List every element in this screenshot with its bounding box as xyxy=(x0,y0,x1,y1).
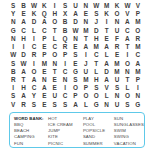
grid-cell-j13[interactable]: N xyxy=(101,101,111,109)
grid-cell-m7[interactable]: C xyxy=(133,51,143,59)
grid-cell-m10[interactable]: P xyxy=(133,76,143,84)
grid-cell-k6[interactable]: R xyxy=(112,43,122,51)
grid-cell-h10[interactable]: M xyxy=(81,76,91,84)
grid-cell-h12[interactable]: O xyxy=(81,93,91,101)
grid-cell-b5[interactable]: H xyxy=(18,35,28,43)
grid-cell-l6[interactable]: T xyxy=(122,43,132,51)
word-bank: WORD BANK:BBQBEACHCAMPINGFUNHOTICE CREAM… xyxy=(9,112,145,148)
grid-cell-b8[interactable]: W xyxy=(18,60,28,68)
word-bank-column-4: SUNSUNGLASSESSWIMSWINGVACATION xyxy=(114,116,144,148)
grid-cell-d4[interactable]: C xyxy=(39,27,49,35)
grid-cell-k5[interactable]: F xyxy=(112,35,122,43)
grid-cell-m5[interactable]: R xyxy=(133,35,143,43)
word-bank-label: WORD BANK: xyxy=(14,116,48,122)
grid-cell-h2[interactable]: E xyxy=(81,10,91,18)
grid-cell-i4[interactable]: D xyxy=(91,27,101,35)
grid-cell-i9[interactable]: L xyxy=(91,68,101,76)
grid-cell-g3[interactable]: D xyxy=(70,18,80,26)
grid-cell-m8[interactable]: A xyxy=(133,60,143,68)
grid-cell-l3[interactable]: A xyxy=(122,18,132,26)
grid-cell-k12[interactable]: N xyxy=(112,93,122,101)
grid-cell-j6[interactable]: A xyxy=(101,43,111,51)
grid-cell-i8[interactable]: T xyxy=(91,60,101,68)
grid-cell-g4[interactable]: W xyxy=(70,27,80,35)
grid-cell-f13[interactable]: S xyxy=(60,101,70,109)
grid-cell-j7[interactable]: L xyxy=(101,51,111,59)
grid-cell-f8[interactable]: I xyxy=(60,60,70,68)
grid-cell-k13[interactable]: U xyxy=(112,101,122,109)
grid-cell-j5[interactable]: E xyxy=(101,35,111,43)
grid-cell-a1[interactable]: S xyxy=(8,2,18,10)
grid-cell-e10[interactable]: E xyxy=(50,76,60,84)
grid-cell-c2[interactable]: K xyxy=(29,10,39,18)
grid-cell-b9[interactable]: A xyxy=(18,68,28,76)
grid-cell-c3[interactable]: D xyxy=(29,18,39,26)
grid-cell-d5[interactable]: P xyxy=(39,35,49,43)
grid-cell-b10[interactable]: T xyxy=(18,76,28,84)
grid-cell-c9[interactable]: O xyxy=(29,68,39,76)
grid-cell-l8[interactable]: O xyxy=(122,60,132,68)
grid-cell-c8[interactable]: I xyxy=(29,60,39,68)
grid-cell-a9[interactable]: B xyxy=(8,68,18,76)
grid-cell-f2[interactable]: X xyxy=(60,10,70,18)
grid-cell-b12[interactable]: A xyxy=(18,93,28,101)
grid-cell-k2[interactable]: O xyxy=(112,10,122,18)
grid-cell-b2[interactable]: E xyxy=(18,10,28,18)
grid-cell-j3[interactable]: I xyxy=(101,18,111,26)
grid-cell-k4[interactable]: U xyxy=(112,27,122,35)
grid-cell-e9[interactable]: T xyxy=(50,68,60,76)
grid-cell-e6[interactable]: C xyxy=(50,43,60,51)
grid-cell-h7[interactable]: I xyxy=(81,51,91,59)
grid-cell-f1[interactable]: S xyxy=(60,2,70,10)
grid-cell-k8[interactable]: M xyxy=(112,60,122,68)
grid-cell-m13[interactable]: G xyxy=(133,101,143,109)
grid-cell-j12[interactable]: L xyxy=(101,93,111,101)
grid-cell-d12[interactable]: E xyxy=(39,93,49,101)
grid-cell-g10[interactable]: S xyxy=(70,76,80,84)
grid-cell-l2[interactable]: V xyxy=(122,10,132,18)
grid-cell-g6[interactable]: E xyxy=(70,43,80,51)
grid-cell-k7[interactable]: E xyxy=(112,51,122,59)
grid-cell-k11[interactable]: S xyxy=(112,84,122,92)
grid-cell-h3[interactable]: N xyxy=(81,18,91,26)
grid-cell-a10[interactable]: R xyxy=(8,76,18,84)
grid-cell-c7[interactable]: R xyxy=(29,51,39,59)
grid-cell-h11[interactable]: P xyxy=(81,84,91,92)
grid-cell-g2[interactable]: A xyxy=(70,10,80,18)
grid-cell-f9[interactable]: C xyxy=(60,68,70,76)
grid-cell-e5[interactable]: L xyxy=(50,35,60,43)
grid-cell-i11[interactable]: S xyxy=(91,84,101,92)
grid-cell-j4[interactable]: T xyxy=(101,27,111,35)
grid-cell-a3[interactable]: N xyxy=(8,18,18,26)
grid-cell-j9[interactable]: D xyxy=(101,68,111,76)
grid-cell-m9[interactable]: M xyxy=(133,68,143,76)
word-bank-word: PICNIC xyxy=(48,141,83,147)
grid-cell-e2[interactable]: H xyxy=(50,10,60,18)
grid-cell-e13[interactable]: S xyxy=(50,101,60,109)
grid-cell-k9[interactable]: M xyxy=(112,68,122,76)
grid-cell-c6[interactable]: C xyxy=(29,43,39,51)
board: SBWKISUNWMKWVYEKQHXAESKOVPNADAOBDNJINAMG… xyxy=(8,2,143,109)
grid-cell-d1[interactable]: K xyxy=(39,2,49,10)
grid-cell-a5[interactable]: N xyxy=(8,35,18,43)
grid-cell-g12[interactable]: P xyxy=(70,93,80,101)
grid-cell-i13[interactable]: G xyxy=(91,101,101,109)
grid-cell-c13[interactable]: S xyxy=(29,101,39,109)
word-bank-column-3: PLAYPOOLPOPSICLESANDSUMMER xyxy=(83,116,114,148)
grid-cell-a13[interactable]: V xyxy=(8,101,18,109)
grid-cell-b4[interactable]: C xyxy=(18,27,28,35)
grid-cell-m6[interactable]: M xyxy=(133,43,143,51)
grid-cell-f10[interactable]: N xyxy=(60,76,70,84)
grid-cell-l9[interactable]: N xyxy=(122,68,132,76)
grid-cell-l10[interactable]: T xyxy=(122,76,132,84)
word-bank-column-2: HOTICE CREAMJUMPKITEPICNIC xyxy=(48,116,83,148)
grid-cell-b1[interactable]: B xyxy=(18,2,28,10)
grid-cell-f4[interactable]: B xyxy=(60,27,70,35)
grid-cell-f3[interactable]: B xyxy=(60,18,70,26)
grid-cell-h6[interactable]: A xyxy=(81,43,91,51)
grid-cell-c4[interactable]: L xyxy=(29,27,39,35)
grid-cell-k3[interactable]: N xyxy=(112,18,122,26)
grid-cell-m1[interactable]: V xyxy=(133,2,143,10)
grid-cell-d13[interactable]: E xyxy=(39,101,49,109)
grid-cell-b3[interactable]: A xyxy=(18,18,28,26)
grid-cell-i12[interactable]: O xyxy=(91,93,101,101)
grid-cell-l12[interactable]: O xyxy=(122,93,132,101)
word-bank-word: FUN xyxy=(14,141,48,147)
grid-cell-k10[interactable]: U xyxy=(112,76,122,84)
grid-cell-a2[interactable]: Y xyxy=(8,10,18,18)
grid-cell-g1[interactable]: U xyxy=(70,2,80,10)
grid-cell-f7[interactable]: P xyxy=(60,51,70,59)
grid-cell-e11[interactable]: E xyxy=(50,84,60,92)
grid-cell-g7[interactable]: S xyxy=(70,51,80,59)
grid-cell-i7[interactable]: C xyxy=(91,51,101,59)
grid-cell-h8[interactable]: J xyxy=(81,60,91,68)
word-bank-column-1: WORD BANK:BBQBEACHCAMPINGFUN xyxy=(14,116,48,148)
grid-cell-i3[interactable]: J xyxy=(91,18,101,26)
grid-cell-h5[interactable]: T xyxy=(81,35,91,43)
grid-cell-g9[interactable]: G xyxy=(70,68,80,76)
grid-cell-a6[interactable]: I xyxy=(8,43,18,51)
grid-cell-c12[interactable]: Y xyxy=(29,93,39,101)
grid-cell-d10[interactable]: N xyxy=(39,76,49,84)
grid-cell-e4[interactable]: T xyxy=(50,27,60,35)
grid-cell-a12[interactable]: S xyxy=(8,93,18,101)
grid-cell-m4[interactable]: O xyxy=(133,27,143,35)
grid-cell-m3[interactable]: M xyxy=(133,18,143,26)
grid-cell-e1[interactable]: I xyxy=(50,2,60,10)
grid-cell-e8[interactable]: N xyxy=(50,60,60,68)
grid-cell-j10[interactable]: A xyxy=(101,76,111,84)
grid-cell-j2[interactable]: K xyxy=(101,10,111,18)
grid-cell-m12[interactable]: N xyxy=(133,93,143,101)
grid-cell-d2[interactable]: Q xyxy=(39,10,49,18)
grid-cell-a4[interactable]: G xyxy=(8,27,18,35)
grid-cell-j8[interactable]: A xyxy=(101,60,111,68)
grid-cell-d6[interactable]: E xyxy=(39,43,49,51)
grid-cell-l1[interactable]: W xyxy=(122,2,132,10)
grid-cell-f11[interactable]: I xyxy=(60,84,70,92)
grid-cell-k1[interactable]: K xyxy=(112,2,122,10)
grid-cell-d9[interactable]: E xyxy=(39,68,49,76)
grid-cell-f6[interactable]: R xyxy=(60,43,70,51)
grid-cell-h4[interactable]: M xyxy=(81,27,91,35)
grid-cell-l4[interactable]: C xyxy=(122,27,132,35)
grid-cell-j11[interactable]: V xyxy=(101,84,111,92)
grid-cell-b7[interactable]: D xyxy=(18,51,28,59)
grid-cell-e7[interactable]: O xyxy=(50,51,60,59)
grid-cell-f5[interactable]: Q xyxy=(60,35,70,43)
grid-cell-h1[interactable]: N xyxy=(81,2,91,10)
grid-cell-i1[interactable]: W xyxy=(91,2,101,10)
grid-cell-m2[interactable]: P xyxy=(133,10,143,18)
grid-cell-i6[interactable]: M xyxy=(91,43,101,51)
grid-cell-f12[interactable]: C xyxy=(60,93,70,101)
grid-cell-e3[interactable]: O xyxy=(50,18,60,26)
grid-cell-l11[interactable]: L xyxy=(122,84,132,92)
grid-cell-i5[interactable]: H xyxy=(91,35,101,43)
word-bank-word: SUMMER xyxy=(83,141,114,147)
grid-cell-l7[interactable]: I xyxy=(122,51,132,59)
grid-cell-d11[interactable]: A xyxy=(39,84,49,92)
grid-cell-c11[interactable]: C xyxy=(29,84,39,92)
grid-cell-a11[interactable]: I xyxy=(8,84,18,92)
grid-cell-b11[interactable]: H xyxy=(18,84,28,92)
grid-cell-g5[interactable]: N xyxy=(70,35,80,43)
word-bank-word: VACATION xyxy=(114,141,144,147)
grid-cell-g13[interactable]: A xyxy=(70,101,80,109)
grid-cell-d7[interactable]: P xyxy=(39,51,49,59)
grid-cell-a8[interactable]: S xyxy=(8,60,18,68)
grid-cell-g11[interactable]: O xyxy=(70,84,80,92)
grid-cell-a7[interactable]: W xyxy=(8,51,18,59)
grid-cell-d3[interactable]: A xyxy=(39,18,49,26)
word-search-page: SBWKISUNWMKWVYEKQHXAESKOVPNADAOBDNJINAMG… xyxy=(0,0,150,150)
grid-cell-b6[interactable]: I xyxy=(18,43,28,51)
grid-cell-i10[interactable]: H xyxy=(91,76,101,84)
grid-cell-h9[interactable]: U xyxy=(81,68,91,76)
grid-cell-h13[interactable]: L xyxy=(81,101,91,109)
grid-cell-b13[interactable]: R xyxy=(18,101,28,109)
grid-cell-l5[interactable]: A xyxy=(122,35,132,43)
grid-cell-m11[interactable]: I xyxy=(133,84,143,92)
grid-cell-c5[interactable]: I xyxy=(29,35,39,43)
grid-cell-g8[interactable]: E xyxy=(70,60,80,68)
grid-cell-l13[interactable]: S xyxy=(122,101,132,109)
grid-cell-j1[interactable]: M xyxy=(101,2,111,10)
grid-cell-i2[interactable]: S xyxy=(91,10,101,18)
grid-cell-c1[interactable]: W xyxy=(29,2,39,10)
grid-cell-e12[interactable]: U xyxy=(50,93,60,101)
grid-cell-c10[interactable]: A xyxy=(29,76,39,84)
grid-cell-d8[interactable]: M xyxy=(39,60,49,68)
